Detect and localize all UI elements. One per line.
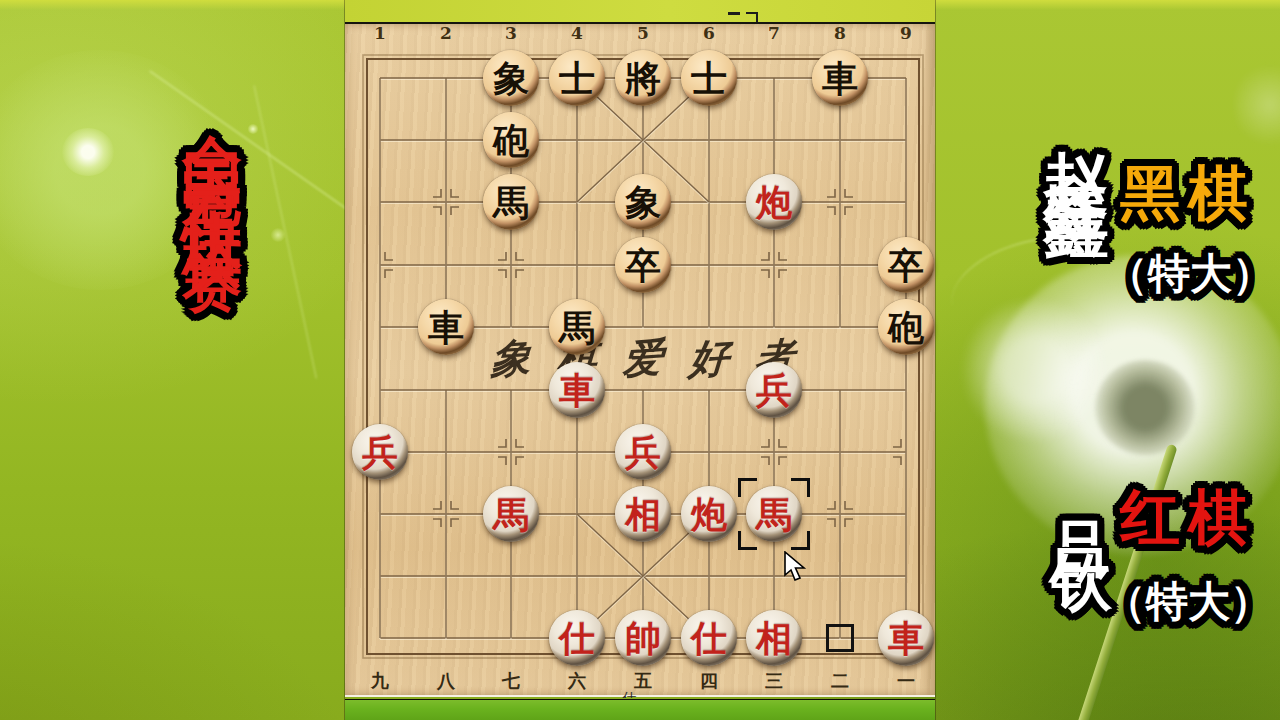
piece-glyph: 卒 [625, 247, 661, 283]
piece-glyph: 仕 [559, 620, 595, 656]
piece-glyph: 車 [888, 620, 924, 656]
piece-red-king[interactable]: 帥 [615, 610, 671, 666]
file-label-top-7: 7 [768, 23, 780, 43]
piece-red-horse[interactable]: 馬 [483, 486, 539, 542]
piece-glyph: 車 [559, 372, 595, 408]
last-move-origin-marker [826, 624, 854, 652]
piece-red-advisor[interactable]: 仕 [681, 610, 737, 666]
file-label-top-8: 8 [834, 23, 846, 43]
river-character: 象 [490, 334, 532, 381]
piece-glyph: 將 [625, 60, 661, 96]
red-side-label: 红棋 [1120, 478, 1256, 559]
piece-black-chariot[interactable]: 車 [812, 50, 868, 106]
piece-red-pawn[interactable]: 兵 [746, 362, 802, 418]
piece-glyph: 車 [822, 60, 858, 96]
file-label-top-3: 3 [505, 23, 517, 43]
piece-red-chariot[interactable]: 車 [878, 610, 934, 666]
piece-red-elephant[interactable]: 相 [746, 610, 802, 666]
piece-red-pawn[interactable]: 兵 [615, 424, 671, 480]
piece-glyph: 砲 [493, 122, 529, 158]
piece-black-elephant[interactable]: 象 [483, 50, 539, 106]
piece-glyph: 士 [559, 60, 595, 96]
piece-black-king[interactable]: 將 [615, 50, 671, 106]
file-label-top-5: 5 [637, 23, 649, 43]
piece-glyph: 士 [691, 60, 727, 96]
file-label-top-4: 4 [571, 23, 583, 43]
piece-glyph: 馬 [559, 309, 595, 345]
clipped-overlay-fragment [728, 12, 758, 30]
piece-glyph: 炮 [756, 184, 792, 220]
file-label-bottom-2: 八 [437, 669, 455, 693]
light-dot [247, 124, 259, 134]
piece-glyph: 馬 [493, 184, 529, 220]
piece-red-advisor[interactable]: 仕 [549, 610, 605, 666]
piece-glyph: 帥 [625, 620, 661, 656]
piece-black-cannon[interactable]: 砲 [483, 112, 539, 168]
light-dot [270, 228, 286, 242]
piece-glyph: 象 [625, 184, 661, 220]
piece-black-advisor[interactable]: 士 [681, 50, 737, 106]
piece-glyph: 相 [625, 496, 661, 532]
piece-black-horse[interactable]: 馬 [483, 174, 539, 230]
file-label-bottom-1: 九 [371, 669, 389, 693]
file-label-top-9: 9 [900, 23, 912, 43]
piece-glyph: 卒 [888, 247, 924, 283]
event-title-banner: 全国冠军快棋赛 [176, 86, 248, 666]
piece-red-chariot[interactable]: 車 [549, 362, 605, 418]
piece-glyph: 象 [493, 60, 529, 96]
piece-black-cannon[interactable]: 砲 [878, 299, 934, 355]
file-label-top-1: 1 [374, 23, 386, 43]
xiangqi-board-area: 123456789 九八七六五四三二一 象棋爱好者 象士將士車砲馬象炮卒卒車馬砲… [345, 0, 935, 720]
piece-glyph: 兵 [756, 372, 792, 408]
piece-glyph: 車 [428, 309, 464, 345]
piece-red-cannon[interactable]: 炮 [746, 174, 802, 230]
piece-black-pawn[interactable]: 卒 [615, 237, 671, 293]
file-label-bottom-4: 六 [568, 669, 586, 693]
piece-black-chariot[interactable]: 車 [418, 299, 474, 355]
piece-glyph: 仕 [691, 620, 727, 656]
river-character: 爱 [622, 334, 664, 381]
file-label-bottom-6: 四 [700, 669, 718, 693]
clipped-move-text: 仕 [622, 690, 682, 698]
file-label-top-6: 6 [703, 23, 715, 43]
black-side-label: 黑棋 [1120, 154, 1256, 235]
file-label-bottom-7: 三 [765, 669, 783, 693]
black-player-title: （特大） [1106, 246, 1274, 302]
piece-red-elephant[interactable]: 相 [615, 486, 671, 542]
bokeh-glow-core [62, 128, 114, 176]
piece-glyph: 炮 [691, 496, 727, 532]
piece-red-horse[interactable]: 馬 [746, 486, 802, 542]
piece-red-cannon[interactable]: 炮 [681, 486, 737, 542]
file-label-bottom-3: 七 [502, 669, 520, 693]
piece-glyph: 馬 [756, 496, 792, 532]
river-character: 好 [688, 334, 730, 381]
piece-black-pawn[interactable]: 卒 [878, 237, 934, 293]
piece-glyph: 兵 [625, 434, 661, 470]
piece-black-elephant[interactable]: 象 [615, 174, 671, 230]
red-player-title: （特大） [1104, 574, 1272, 630]
piece-glyph: 砲 [888, 309, 924, 345]
file-label-bottom-8: 二 [831, 669, 849, 693]
piece-glyph: 馬 [493, 496, 529, 532]
piece-glyph: 相 [756, 620, 792, 656]
piece-glyph: 兵 [362, 434, 398, 470]
file-label-bottom-9: 一 [897, 669, 915, 693]
piece-black-advisor[interactable]: 士 [549, 50, 605, 106]
piece-red-pawn[interactable]: 兵 [352, 424, 408, 480]
mouse-cursor [782, 551, 808, 585]
piece-black-horse[interactable]: 馬 [549, 299, 605, 355]
file-label-top-2: 2 [440, 23, 452, 43]
